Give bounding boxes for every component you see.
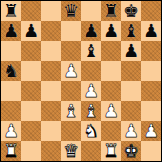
square-a6[interactable] [1, 41, 21, 61]
piece-black-pawn[interactable]: ♟ [103, 21, 119, 41]
square-g5[interactable] [121, 61, 141, 81]
square-b2[interactable] [21, 121, 41, 141]
square-h8[interactable] [141, 1, 161, 21]
piece-white-queen[interactable]: ♛ [63, 141, 79, 161]
square-e8[interactable] [81, 1, 101, 21]
square-e4[interactable]: ♟ [81, 81, 101, 101]
square-f2[interactable] [101, 121, 121, 141]
square-d1[interactable]: ♛ [61, 141, 81, 161]
square-e6[interactable]: ♝ [81, 41, 101, 61]
square-h1[interactable] [141, 141, 161, 161]
piece-black-bishop[interactable]: ♝ [123, 21, 139, 41]
square-d2[interactable] [61, 121, 81, 141]
square-e7[interactable]: ♟ [81, 21, 101, 41]
square-a5[interactable]: ♞ [1, 61, 21, 81]
square-a2[interactable]: ♟ [1, 121, 21, 141]
piece-white-pawn[interactable]: ♟ [3, 121, 19, 141]
square-g1[interactable]: ♚ [121, 141, 141, 161]
square-d6[interactable] [61, 41, 81, 61]
square-h5[interactable] [141, 61, 161, 81]
piece-white-pawn[interactable]: ♟ [143, 121, 159, 141]
piece-black-knight[interactable]: ♞ [3, 61, 19, 81]
piece-white-king[interactable]: ♚ [123, 141, 139, 161]
piece-white-bishop[interactable]: ♝ [83, 101, 99, 121]
square-b4[interactable] [21, 81, 41, 101]
square-d5[interactable]: ♟ [61, 61, 81, 81]
piece-white-pawn[interactable]: ♟ [123, 121, 139, 141]
square-f8[interactable]: ♜ [101, 1, 121, 21]
piece-black-king[interactable]: ♚ [123, 1, 139, 21]
piece-white-rook[interactable]: ♜ [103, 141, 119, 161]
square-c2[interactable] [41, 121, 61, 141]
square-c5[interactable] [41, 61, 61, 81]
square-e2[interactable]: ♞ [81, 121, 101, 141]
square-b1[interactable] [21, 141, 41, 161]
piece-white-pawn[interactable]: ♟ [63, 61, 79, 81]
square-e1[interactable] [81, 141, 101, 161]
square-c3[interactable] [41, 101, 61, 121]
square-g6[interactable]: ♟ [121, 41, 141, 61]
square-a8[interactable]: ♜ [1, 1, 21, 21]
square-d3[interactable]: ♝ [61, 101, 81, 121]
square-h4[interactable] [141, 81, 161, 101]
piece-black-bishop[interactable]: ♝ [83, 41, 99, 61]
square-c1[interactable] [41, 141, 61, 161]
square-e3[interactable]: ♝ [81, 101, 101, 121]
square-e5[interactable] [81, 61, 101, 81]
square-f3[interactable]: ♟ [101, 101, 121, 121]
square-b8[interactable] [21, 1, 41, 21]
piece-black-pawn[interactable]: ♟ [23, 21, 39, 41]
square-c6[interactable] [41, 41, 61, 61]
square-b3[interactable] [21, 101, 41, 121]
square-g8[interactable]: ♚ [121, 1, 141, 21]
square-a1[interactable]: ♜ [1, 141, 21, 161]
square-d8[interactable]: ♛ [61, 1, 81, 21]
piece-white-rook[interactable]: ♜ [3, 141, 19, 161]
square-h2[interactable]: ♟ [141, 121, 161, 141]
square-f6[interactable] [101, 41, 121, 61]
square-f1[interactable]: ♜ [101, 141, 121, 161]
square-a7[interactable]: ♟ [1, 21, 21, 41]
piece-black-pawn[interactable]: ♟ [3, 21, 19, 41]
square-c4[interactable] [41, 81, 61, 101]
square-c8[interactable] [41, 1, 61, 21]
piece-white-knight[interactable]: ♞ [83, 121, 99, 141]
square-h3[interactable] [141, 101, 161, 121]
square-g7[interactable]: ♝ [121, 21, 141, 41]
square-b5[interactable] [21, 61, 41, 81]
piece-black-pawn[interactable]: ♟ [143, 21, 159, 41]
piece-black-pawn[interactable]: ♟ [83, 21, 99, 41]
piece-white-bishop[interactable]: ♝ [63, 101, 79, 121]
square-b6[interactable] [21, 41, 41, 61]
square-h7[interactable]: ♟ [141, 21, 161, 41]
piece-black-queen[interactable]: ♛ [63, 1, 79, 21]
piece-white-pawn[interactable]: ♟ [83, 81, 99, 101]
square-g4[interactable] [121, 81, 141, 101]
square-a3[interactable] [1, 101, 21, 121]
piece-white-pawn[interactable]: ♟ [103, 101, 119, 121]
square-d7[interactable] [61, 21, 81, 41]
square-c7[interactable] [41, 21, 61, 41]
square-b7[interactable]: ♟ [21, 21, 41, 41]
piece-black-rook[interactable]: ♜ [3, 1, 19, 21]
square-f7[interactable]: ♟ [101, 21, 121, 41]
square-g2[interactable]: ♟ [121, 121, 141, 141]
square-d4[interactable] [61, 81, 81, 101]
square-a4[interactable] [1, 81, 21, 101]
piece-black-pawn[interactable]: ♟ [123, 41, 139, 61]
chess-board: ♜♛♜♚♟♟♟♟♝♟♝♟♞♟♟♝♝♟♟♞♟♟♜♛♜♚ [1, 1, 161, 161]
square-f5[interactable] [101, 61, 121, 81]
chess-board-frame: ♜♛♜♚♟♟♟♟♝♟♝♟♞♟♟♝♝♟♟♞♟♟♜♛♜♚ [0, 0, 162, 162]
piece-black-rook[interactable]: ♜ [103, 1, 119, 21]
square-g3[interactable] [121, 101, 141, 121]
square-h6[interactable] [141, 41, 161, 61]
square-f4[interactable] [101, 81, 121, 101]
